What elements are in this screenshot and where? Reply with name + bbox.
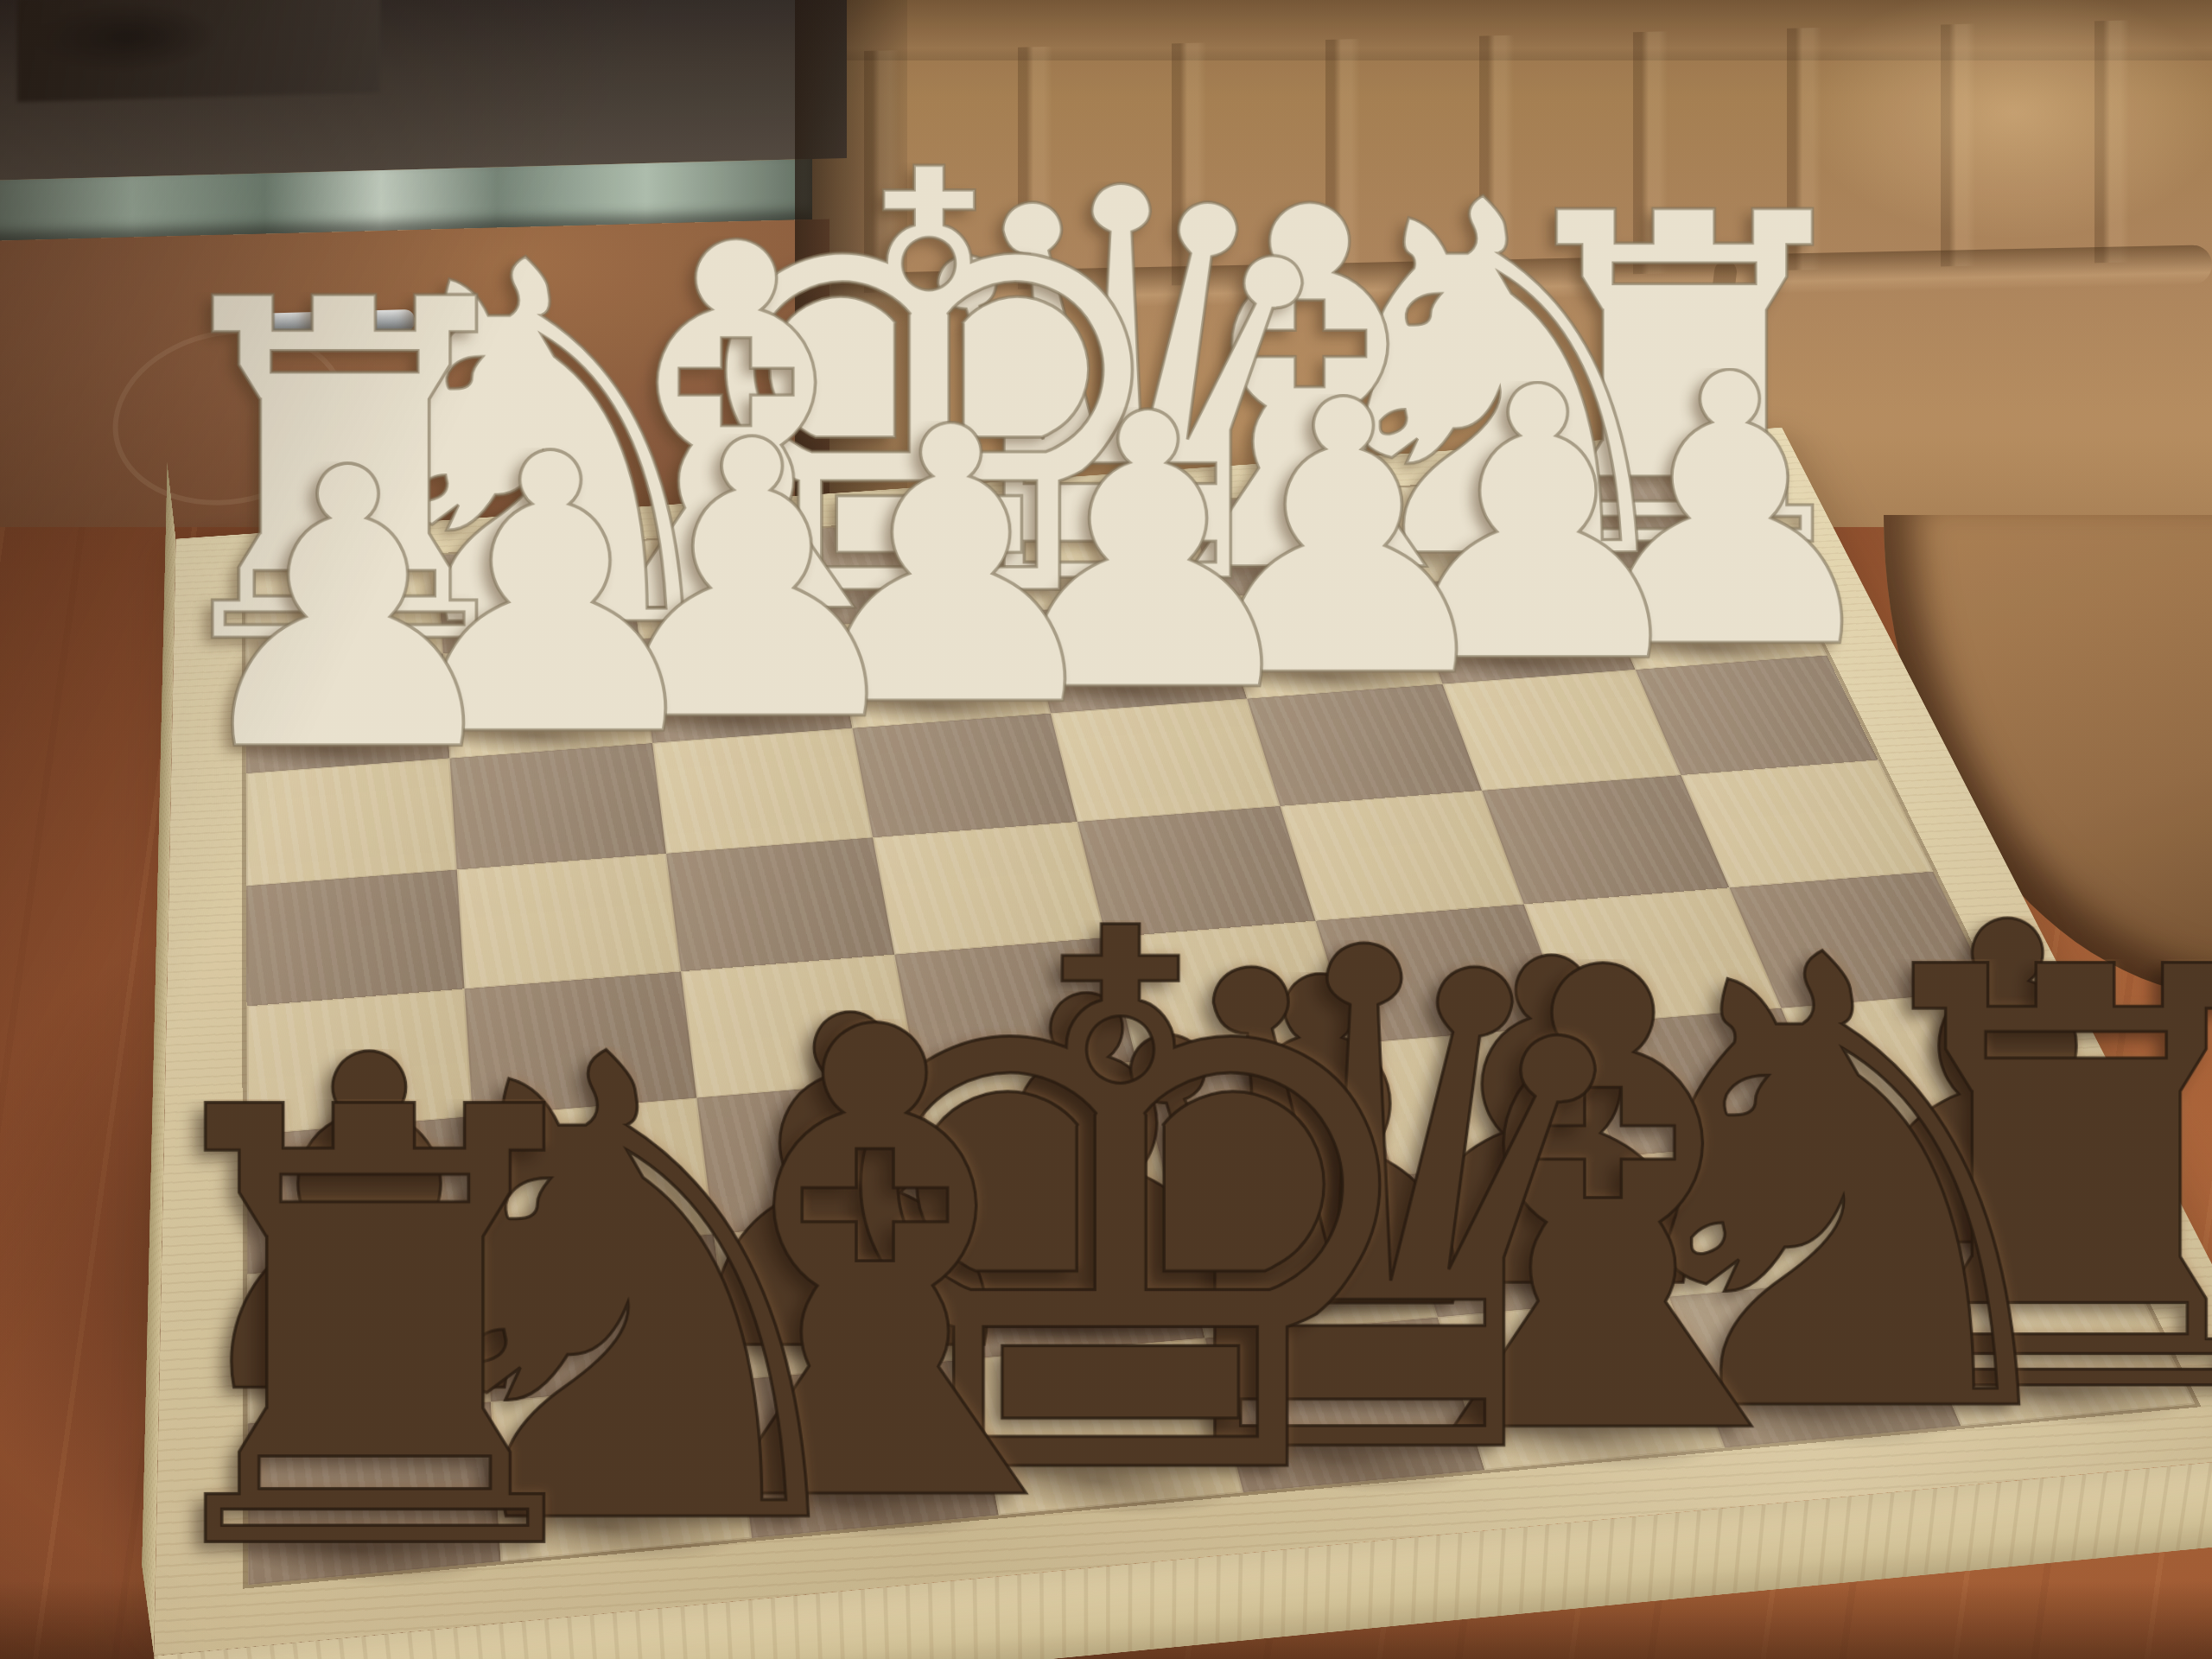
board-frame: ♜♞♝♚♛♝♞♜♟♟♟♟♟♟♟♟♟♟♟♟♟♟♜♞♝♚♛♝♞♜	[154, 428, 2212, 1656]
piece-bR-h8: ♜	[105, 1099, 645, 1568]
chess-board: ♜♞♝♚♛♝♞♜♟♟♟♟♟♟♟♟♟♟♟♟♟♟♜♞♝♚♛♝♞♜	[154, 428, 2212, 1656]
board-grid: ♜♞♝♚♛♝♞♜♟♟♟♟♟♟♟♟♟♟♟♟♟♟♜♞♝♚♛♝♞♜	[245, 464, 2195, 1585]
piece-wP-h2: ♟	[175, 461, 521, 762]
square-h2: ♟	[245, 653, 449, 773]
square-h3	[246, 758, 457, 886]
photo-stage: ♜♞♝♚♛♝♞♜♟♟♟♟♟♟♟♟♟♟♟♟♟♟♜♞♝♚♛♝♞♜	[0, 0, 2212, 1659]
square-h8: ♜	[248, 1402, 501, 1585]
chess-board-perspective: ♜♞♝♚♛♝♞♜♟♟♟♟♟♟♟♟♟♟♟♟♟♟♜♞♝♚♛♝♞♜	[177, 9, 2035, 1659]
